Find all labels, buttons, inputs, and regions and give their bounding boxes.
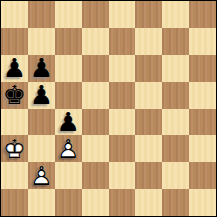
square-b4[interactable] [28, 109, 55, 136]
square-f5[interactable] [135, 82, 162, 109]
square-f8[interactable] [135, 1, 162, 28]
square-c5[interactable] [55, 82, 82, 109]
square-d8[interactable] [82, 1, 109, 28]
square-d2[interactable] [82, 162, 109, 189]
square-d6[interactable] [82, 55, 109, 82]
square-d5[interactable] [82, 82, 109, 109]
square-f3[interactable] [135, 135, 162, 162]
square-b3[interactable] [28, 135, 55, 162]
square-g8[interactable] [162, 1, 189, 28]
black-pawn[interactable]: ♟ [28, 55, 55, 82]
square-d3[interactable] [82, 135, 109, 162]
square-h3[interactable] [189, 135, 216, 162]
square-a5[interactable]: ♚ [1, 82, 28, 109]
square-b5[interactable]: ♟ [28, 82, 55, 109]
square-g3[interactable] [162, 135, 189, 162]
square-a2[interactable] [1, 162, 28, 189]
square-c6[interactable] [55, 55, 82, 82]
square-e6[interactable] [109, 55, 136, 82]
square-g1[interactable] [162, 189, 189, 216]
square-c8[interactable] [55, 1, 82, 28]
square-g2[interactable] [162, 162, 189, 189]
black-king[interactable]: ♚ [1, 82, 28, 109]
square-b6[interactable]: ♟ [28, 55, 55, 82]
square-e8[interactable] [109, 1, 136, 28]
square-f6[interactable] [135, 55, 162, 82]
square-e4[interactable] [109, 109, 136, 136]
square-c3[interactable]: ♟♙ [55, 135, 82, 162]
square-f4[interactable] [135, 109, 162, 136]
square-h4[interactable] [189, 109, 216, 136]
square-e1[interactable] [109, 189, 136, 216]
square-h7[interactable] [189, 28, 216, 55]
square-g5[interactable] [162, 82, 189, 109]
square-b8[interactable] [28, 1, 55, 28]
square-b1[interactable] [28, 189, 55, 216]
white-pawn[interactable]: ♟♙ [55, 135, 82, 162]
square-g7[interactable] [162, 28, 189, 55]
square-h5[interactable] [189, 82, 216, 109]
square-h1[interactable] [189, 189, 216, 216]
black-pawn[interactable]: ♟ [28, 82, 55, 109]
square-c4[interactable]: ♟ [55, 109, 82, 136]
square-e7[interactable] [109, 28, 136, 55]
square-a6[interactable]: ♟ [1, 55, 28, 82]
square-c1[interactable] [55, 189, 82, 216]
square-a3[interactable]: ♚♔ [1, 135, 28, 162]
square-d1[interactable] [82, 189, 109, 216]
square-c7[interactable] [55, 28, 82, 55]
white-king[interactable]: ♚♔ [1, 135, 28, 162]
square-c2[interactable] [55, 162, 82, 189]
square-a7[interactable] [1, 28, 28, 55]
square-f7[interactable] [135, 28, 162, 55]
white-pawn[interactable]: ♟♙ [28, 162, 55, 189]
white-pawn-outline: ♙ [55, 135, 82, 162]
square-g4[interactable] [162, 109, 189, 136]
square-d7[interactable] [82, 28, 109, 55]
white-pawn-outline: ♙ [28, 162, 55, 189]
square-b2[interactable]: ♟♙ [28, 162, 55, 189]
square-e2[interactable] [109, 162, 136, 189]
square-h2[interactable] [189, 162, 216, 189]
square-b7[interactable] [28, 28, 55, 55]
black-pawn[interactable]: ♟ [55, 109, 82, 136]
square-a1[interactable] [1, 189, 28, 216]
square-e5[interactable] [109, 82, 136, 109]
square-f2[interactable] [135, 162, 162, 189]
chess-board: ♟♟♚♟♟♚♔♟♙♟♙ [0, 0, 217, 217]
square-g6[interactable] [162, 55, 189, 82]
square-f1[interactable] [135, 189, 162, 216]
square-a4[interactable] [1, 109, 28, 136]
square-a8[interactable] [1, 1, 28, 28]
square-e3[interactable] [109, 135, 136, 162]
black-pawn[interactable]: ♟ [1, 55, 28, 82]
square-d4[interactable] [82, 109, 109, 136]
square-h8[interactable] [189, 1, 216, 28]
square-h6[interactable] [189, 55, 216, 82]
white-king-outline: ♔ [1, 135, 28, 162]
